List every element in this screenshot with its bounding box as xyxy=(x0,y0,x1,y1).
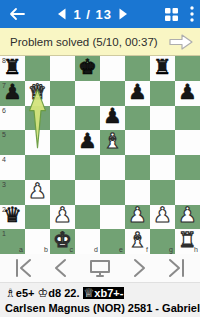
square-h6[interactable] xyxy=(175,106,200,131)
square-b4[interactable] xyxy=(25,155,50,180)
kebab-menu-icon xyxy=(190,6,194,22)
chess-app-window: 1 / 13 Problem solved (5/10, 00:37) xyxy=(0,0,200,317)
square-a2[interactable]: 2♛ xyxy=(0,205,25,230)
white-bishop-piece[interactable]: ♝ xyxy=(103,131,122,152)
square-f8[interactable] xyxy=(125,56,150,81)
square-d2[interactable] xyxy=(75,205,100,230)
square-e2[interactable] xyxy=(100,205,125,230)
white-pawn-piece[interactable]: ♟ xyxy=(178,205,197,226)
square-b2[interactable] xyxy=(25,205,50,230)
black-queen-piece[interactable]: ♛ xyxy=(3,205,22,226)
next-problem-button[interactable] xyxy=(119,8,128,20)
square-g1[interactable]: g xyxy=(150,229,175,254)
square-f7[interactable]: ♟ xyxy=(125,81,150,106)
square-c1[interactable]: c♚ xyxy=(50,229,75,254)
square-b8[interactable] xyxy=(25,56,50,81)
square-a3[interactable]: 3 xyxy=(0,180,25,205)
square-a5[interactable]: 5 xyxy=(0,130,25,155)
square-f2[interactable]: ♟ xyxy=(125,205,150,230)
square-d6[interactable] xyxy=(75,106,100,131)
square-b7[interactable]: ♛ xyxy=(25,81,50,106)
board-view-button[interactable] xyxy=(85,255,115,281)
square-g2[interactable]: ♟ xyxy=(150,205,175,230)
square-d3[interactable] xyxy=(75,180,100,205)
skip-to-start-button[interactable] xyxy=(10,255,40,281)
rank-label-1: 1 xyxy=(2,230,6,237)
next-move-button[interactable] xyxy=(123,255,153,281)
square-e3[interactable] xyxy=(100,180,125,205)
black-pawn-piece[interactable]: ♟ xyxy=(178,82,197,103)
skip-to-end-button[interactable] xyxy=(160,255,190,281)
rank-label-4: 4 xyxy=(2,156,6,163)
playback-bar xyxy=(0,254,200,283)
square-e5[interactable]: ♝ xyxy=(100,130,125,155)
black-king-piece[interactable]: ♚ xyxy=(78,57,97,78)
square-a6[interactable]: 6 xyxy=(0,106,25,131)
triangle-right-icon xyxy=(119,8,128,20)
file-label-d: d xyxy=(94,246,98,253)
rank-label-6: 6 xyxy=(2,107,6,114)
move-token[interactable]: ♔d8 xyxy=(38,287,62,299)
square-f6[interactable] xyxy=(125,106,150,131)
square-d8[interactable]: ♚ xyxy=(75,56,100,81)
square-h4[interactable] xyxy=(175,155,200,180)
square-b6[interactable] xyxy=(25,106,50,131)
square-f4[interactable] xyxy=(125,155,150,180)
square-g7[interactable] xyxy=(150,81,175,106)
move-token: Carlsen Magnus (NOR) 2581 - Gabrielsen xyxy=(5,302,200,314)
square-c7[interactable] xyxy=(50,81,75,106)
current-move[interactable]: ♕xb7+- xyxy=(83,287,125,299)
square-a8[interactable]: 8♜ xyxy=(0,56,25,81)
square-c5[interactable] xyxy=(50,130,75,155)
top-bar: 1 / 13 xyxy=(0,0,200,28)
square-f3[interactable] xyxy=(125,180,150,205)
white-pawn-piece[interactable]: ♟ xyxy=(53,205,72,226)
next-move-icon xyxy=(126,257,150,279)
square-g5[interactable] xyxy=(150,130,175,155)
white-king-piece[interactable]: ♚ xyxy=(53,230,72,251)
square-g4[interactable] xyxy=(150,155,175,180)
square-e7[interactable] xyxy=(100,81,125,106)
square-c4[interactable] xyxy=(50,155,75,180)
chess-board: 8♜♚♜7♟♛♟♟6♟5♟♝43♟2♛♟♟♟♟1abc♚def♝gh♜ xyxy=(0,56,200,254)
square-d7[interactable] xyxy=(75,81,100,106)
board-view-icon xyxy=(88,257,112,279)
grid-icon xyxy=(165,8,178,21)
black-pawn-piece[interactable]: ♟ xyxy=(3,82,22,103)
square-g6[interactable] xyxy=(150,106,175,131)
queen-figurine-icon: ♕ xyxy=(84,286,95,300)
square-h5[interactable] xyxy=(175,130,200,155)
skip-to-end-icon xyxy=(163,257,187,279)
status-bar: Problem solved (5/10, 00:37) xyxy=(0,28,200,56)
square-h8[interactable] xyxy=(175,56,200,81)
square-f5[interactable] xyxy=(125,130,150,155)
move-token: 22. xyxy=(64,287,79,299)
back-button[interactable] xyxy=(8,7,26,21)
move-token[interactable]: ♗e5+ xyxy=(5,287,34,299)
king-figurine-icon: ♔ xyxy=(38,286,49,300)
arrow-left-icon xyxy=(8,7,26,21)
square-a4[interactable]: 4 xyxy=(0,155,25,180)
prev-problem-button[interactable] xyxy=(57,8,66,20)
status-text: Problem solved (5/10, 00:37) xyxy=(10,36,168,48)
move-list: ♗e5+ ♔d8 22. ♕xb7+- Carlsen Magnus (NOR)… xyxy=(5,286,195,316)
square-b3[interactable]: ♟ xyxy=(25,180,50,205)
file-label-e: e xyxy=(119,246,123,253)
square-e8[interactable] xyxy=(100,56,125,81)
black-pawn-piece[interactable]: ♟ xyxy=(128,82,147,103)
black-pawn-piece[interactable]: ♟ xyxy=(78,131,97,152)
file-label-b: b xyxy=(44,246,48,253)
previous-move-icon xyxy=(50,257,74,279)
square-b1[interactable]: b xyxy=(25,229,50,254)
bishop-figurine-icon: ♗ xyxy=(5,286,16,300)
previous-move-button[interactable] xyxy=(47,255,77,281)
square-e4[interactable] xyxy=(100,155,125,180)
notation-panel: ♗e5+ ♔d8 22. ♕xb7+- Carlsen Magnus (NOR)… xyxy=(0,283,200,317)
square-d4[interactable] xyxy=(75,155,100,180)
square-b5[interactable] xyxy=(25,130,50,155)
hollow-right-arrow-icon xyxy=(168,33,194,51)
square-h2[interactable]: ♟ xyxy=(175,205,200,230)
square-c2[interactable]: ♟ xyxy=(50,205,75,230)
square-a7[interactable]: 7♟ xyxy=(0,81,25,106)
square-g8[interactable]: ♜ xyxy=(150,56,175,81)
square-d5[interactable]: ♟ xyxy=(75,130,100,155)
white-pawn-piece[interactable]: ♟ xyxy=(128,205,147,226)
white-bishop-piece[interactable]: ♝ xyxy=(128,230,147,251)
next-step-button[interactable] xyxy=(168,33,194,51)
board-grid: 8♜♚♜7♟♛♟♟6♟5♟♝43♟2♛♟♟♟♟1abc♚def♝gh♜ xyxy=(0,56,200,254)
black-rook-piece[interactable]: ♜ xyxy=(3,57,22,78)
square-h3[interactable] xyxy=(175,180,200,205)
white-pawn-piece[interactable]: ♟ xyxy=(153,205,172,226)
square-g3[interactable] xyxy=(150,180,175,205)
white-queen-piece[interactable]: ♛ xyxy=(28,82,47,103)
black-pawn-piece[interactable]: ♟ xyxy=(103,106,122,127)
problem-counter: 1 / 13 xyxy=(73,7,112,22)
square-e1[interactable]: e xyxy=(100,229,125,254)
file-label-g: g xyxy=(169,246,173,253)
white-rook-piece[interactable]: ♜ xyxy=(178,230,197,251)
square-c3[interactable] xyxy=(50,180,75,205)
square-h1[interactable]: h♜ xyxy=(175,229,200,254)
skip-to-start-icon xyxy=(13,257,37,279)
square-a1[interactable]: 1a xyxy=(0,229,25,254)
rank-label-3: 3 xyxy=(2,181,6,188)
square-h7[interactable]: ♟ xyxy=(175,81,200,106)
overflow-menu-button[interactable] xyxy=(190,6,194,22)
black-rook-piece[interactable]: ♜ xyxy=(153,57,172,78)
square-c8[interactable] xyxy=(50,56,75,81)
triangle-left-icon xyxy=(57,8,66,20)
square-f1[interactable]: f♝ xyxy=(125,229,150,254)
square-e6[interactable]: ♟ xyxy=(100,106,125,131)
square-d1[interactable]: d xyxy=(75,229,100,254)
square-c6[interactable] xyxy=(50,106,75,131)
file-label-a: a xyxy=(19,246,23,253)
rank-label-5: 5 xyxy=(2,131,6,138)
problem-list-button[interactable] xyxy=(165,8,178,21)
white-pawn-piece[interactable]: ♟ xyxy=(28,181,47,202)
